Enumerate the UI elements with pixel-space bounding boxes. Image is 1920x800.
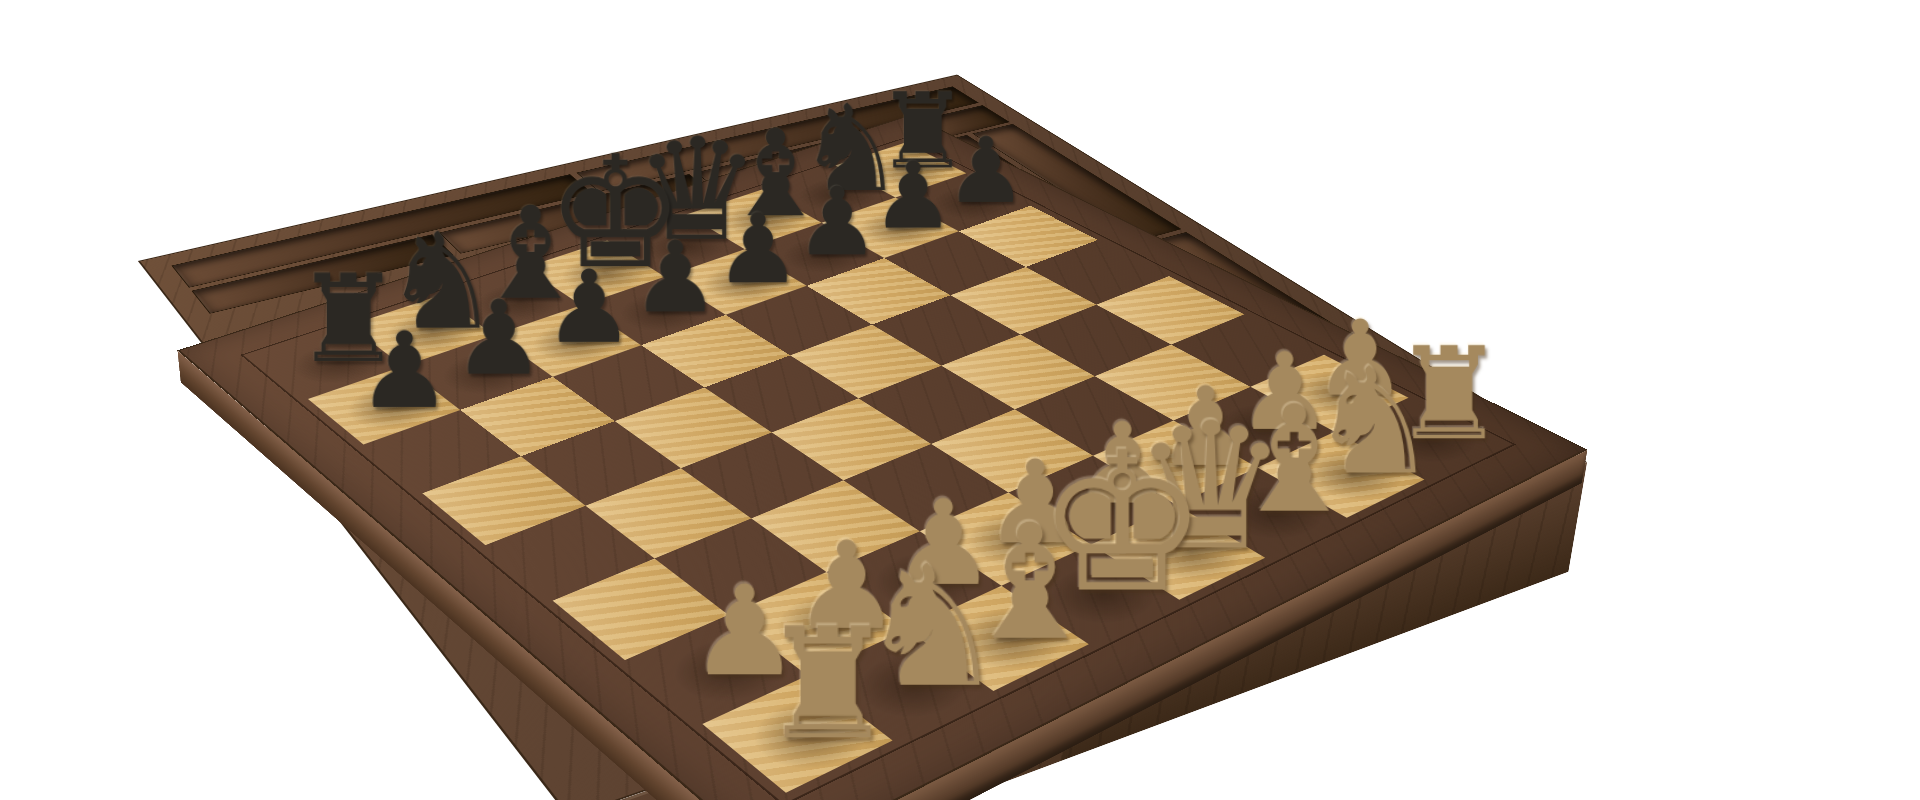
board-frame: ♜♞♝♚♛♝♞♜♟♟♟♟♟♟♟♟♟♟♟♟♟♟♟♟♜♞♝♚♛♝♞♜ <box>177 115 1587 800</box>
board-lid: ♜♞♝♚♛♝♞♜♟♟♟♟♟♟♟♟♟♟♟♟♟♟♟♟♜♞♝♚♛♝♞♜ <box>177 115 1587 800</box>
scene: ♜♞♝♚♛♝♞♜♟♟♟♟♟♟♟♟♟♟♟♟♟♟♟♟♜♞♝♚♛♝♞♜ <box>0 0 1920 800</box>
piece-wR-h1[interactable]: ♜ <box>715 525 942 757</box>
piece-bP-h7[interactable]: ♟ <box>312 232 497 421</box>
